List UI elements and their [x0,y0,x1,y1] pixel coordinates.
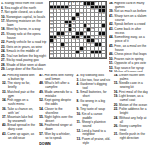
clue: 19. Light brown, as a camel coat [114,95,148,103]
crossword-grid: 1234567891011121314151617181920212223242… [49,1,107,59]
clue: 31. Gentle push in the right direction [114,133,148,141]
clue-section-header: DOWN [39,142,73,146]
clue: 57. Won by a whisker, so to speak [39,133,73,141]
grid-cell[interactable] [102,54,106,58]
clue: 22. Polite address for a knight [114,108,148,116]
clue: 34. Fish eggs on a sushi menu [2,99,36,107]
clue: 43. Came up again, as an old issue [2,133,36,141]
bottom-clue-columns: 30. Fencing sword with a button tip32. T… [2,74,148,148]
across-clue-column-left: 1. Slangy hello from the coast6. Sea eag… [1,2,47,72]
clue: 13. Poem of praise, old-style [77,138,111,146]
clue: 56. Maker of honey and wax [109,71,149,72]
clue: 52. Kept going despite the odds [39,99,73,107]
clue: 44. Something easy, as a piece of it [109,36,149,44]
clue: 11. Sheep's plaintive sound [77,121,111,129]
down-clue-column-right: 38. Highest card in many games39. Not as… [109,2,149,72]
clue: 29. Large deer of the Rockies [1,68,47,72]
